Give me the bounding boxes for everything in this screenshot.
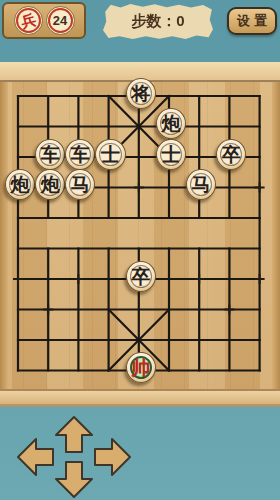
piece-face: 马 bbox=[69, 173, 91, 196]
piece-black-horse-2[interactable]: 马 bbox=[186, 169, 216, 200]
piece-glyph: 帅 bbox=[131, 358, 150, 377]
piece-face: 士 bbox=[160, 143, 182, 166]
piece-black-advisor-1[interactable]: 士 bbox=[95, 139, 125, 170]
dpad-left-button[interactable] bbox=[18, 439, 53, 475]
dpad-down-button[interactable] bbox=[56, 462, 92, 497]
app-screen: 兵 24 步数：0 设置 bbox=[0, 0, 280, 500]
piece-face: 卒 bbox=[220, 143, 242, 166]
piece-black-soldier-1[interactable]: 卒 bbox=[216, 139, 246, 170]
piece-glyph: 炮 bbox=[161, 114, 180, 133]
piece-glyph: 车 bbox=[41, 145, 60, 164]
piece-glyph: 马 bbox=[71, 175, 90, 194]
piece-glyph: 炮 bbox=[10, 175, 29, 194]
piece-black-chariot-2[interactable]: 车 bbox=[65, 139, 95, 170]
piece-face: 炮 bbox=[9, 173, 31, 196]
piece-glyph: 卒 bbox=[131, 267, 150, 286]
piece-glyph: 卒 bbox=[222, 145, 241, 164]
piece-black-horse-1[interactable]: 马 bbox=[65, 169, 95, 200]
level-number: 24 bbox=[53, 14, 67, 27]
soldier-piece-icon: 兵 bbox=[16, 8, 41, 33]
piece-black-advisor-2[interactable]: 士 bbox=[156, 139, 186, 170]
piece-face: 士 bbox=[99, 143, 121, 166]
board-grid[interactable]: 将炮车车士士卒炮炮马马卒帅 bbox=[3, 81, 275, 386]
piece-black-cannon-3[interactable]: 炮 bbox=[35, 169, 65, 200]
piece-face: 车 bbox=[69, 143, 91, 166]
dpad-right-button[interactable] bbox=[95, 439, 130, 475]
level-piece-disc: 兵 bbox=[14, 6, 43, 35]
piece-glyph: 士 bbox=[161, 145, 180, 164]
level-piece-glyph: 兵 bbox=[19, 11, 37, 29]
piece-face: 马 bbox=[190, 173, 212, 196]
level-number-disc: 24 bbox=[46, 6, 75, 35]
piece-glyph: 马 bbox=[192, 175, 211, 194]
level-number-ring: 24 bbox=[48, 8, 73, 33]
dpad bbox=[16, 415, 132, 499]
piece-black-soldier-2[interactable]: 卒 bbox=[126, 261, 156, 292]
xiangqi-board: 将炮车车士士卒炮炮马马卒帅 bbox=[0, 62, 280, 407]
piece-face: 炮 bbox=[39, 173, 61, 196]
settings-button-label: 设置 bbox=[237, 12, 271, 30]
piece-glyph: 士 bbox=[101, 145, 120, 164]
piece-black-chariot-1[interactable]: 车 bbox=[35, 139, 65, 170]
piece-glyph: 将 bbox=[131, 84, 150, 103]
steps-counter: 步数：0 bbox=[103, 4, 213, 39]
piece-glyph: 车 bbox=[71, 145, 90, 164]
piece-red-general[interactable]: 帅 bbox=[126, 352, 156, 383]
piece-face: 卒 bbox=[130, 265, 152, 288]
piece-face: 帅 bbox=[130, 356, 152, 379]
piece-glyph: 炮 bbox=[41, 175, 60, 194]
piece-black-cannon-1[interactable]: 炮 bbox=[156, 108, 186, 139]
top-bar: 兵 24 步数：0 设置 bbox=[0, 0, 280, 44]
piece-black-general[interactable]: 将 bbox=[126, 78, 156, 109]
piece-face: 车 bbox=[39, 143, 61, 166]
settings-button[interactable]: 设置 bbox=[227, 7, 277, 35]
piece-face: 将 bbox=[130, 82, 152, 105]
steps-label: 步数： bbox=[131, 12, 176, 29]
level-badge: 兵 24 bbox=[2, 2, 86, 39]
piece-face: 炮 bbox=[160, 112, 182, 135]
steps-value: 0 bbox=[176, 12, 184, 29]
board-frame-bottom bbox=[0, 389, 280, 407]
piece-black-cannon-2[interactable]: 炮 bbox=[5, 169, 35, 200]
dpad-up-button[interactable] bbox=[56, 417, 92, 452]
